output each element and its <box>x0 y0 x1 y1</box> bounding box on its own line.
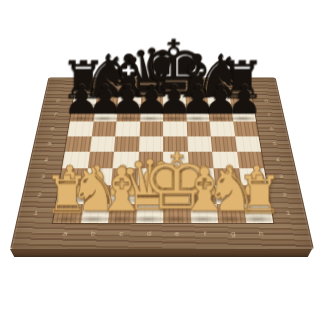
square-f6[interactable] <box>186 121 211 136</box>
square-g6[interactable] <box>209 121 234 136</box>
square-b6[interactable] <box>91 121 116 136</box>
square-h7[interactable]: ♟ <box>231 108 256 122</box>
square-a6[interactable] <box>67 121 93 136</box>
file-label-e: e <box>163 227 191 241</box>
rank-label-5-right: 5 <box>263 136 286 151</box>
square-h6[interactable] <box>233 121 259 136</box>
square-a5[interactable] <box>65 136 91 151</box>
file-label-b: b <box>78 227 107 241</box>
file-label-a: a <box>50 227 80 241</box>
file-label-f: f <box>191 227 220 241</box>
rank-label-6-left: 6 <box>41 121 63 136</box>
file-label-d: d <box>135 227 163 241</box>
file-labels: abcdefgh <box>50 227 276 241</box>
white-rook-h1[interactable]: ♜ <box>212 169 306 221</box>
square-h1[interactable]: ♜ <box>243 204 273 223</box>
board-grid: ♜♞♝♛♚♝♞♜♟♟♟♟♟♟♟♟♟♟♟♟♟♟♟♟♜♞♝♛♚♝♞♜ <box>53 94 273 223</box>
file-label-c: c <box>107 227 136 241</box>
black-pawn-h7[interactable]: ♟ <box>204 80 283 120</box>
rank-label-6-right: 6 <box>261 121 283 136</box>
square-h5[interactable] <box>235 136 262 151</box>
square-e6[interactable] <box>163 121 187 136</box>
square-b5[interactable] <box>89 136 115 151</box>
rank-label-5-left: 5 <box>38 136 61 151</box>
board-side-edge <box>10 249 312 257</box>
square-c6[interactable] <box>115 121 139 136</box>
square-d6[interactable] <box>139 121 163 136</box>
board-frame: 87654321 87654321 abcdefgh ♜♞♝♛♚♝♞♜♟♟♟♟♟… <box>10 77 314 249</box>
photo-background: 87654321 87654321 abcdefgh ♜♞♝♛♚♝♞♜♟♟♟♟♟… <box>0 0 320 320</box>
file-label-g: g <box>219 227 248 241</box>
file-label-h: h <box>246 227 276 241</box>
chess-board: 87654321 87654321 abcdefgh ♜♞♝♛♚♝♞♜♟♟♟♟♟… <box>10 77 314 249</box>
